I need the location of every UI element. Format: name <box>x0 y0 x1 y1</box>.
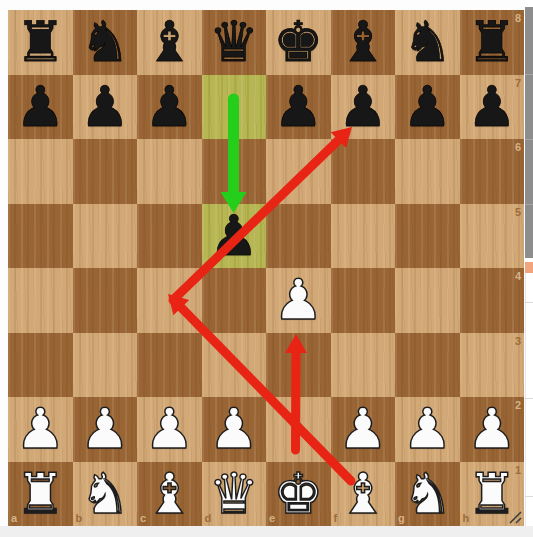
square-c8[interactable]: ♝ <box>137 10 202 75</box>
square-b7[interactable]: ♟ <box>73 75 138 140</box>
page-footer-strip <box>0 526 533 537</box>
square-a3[interactable] <box>8 333 73 398</box>
square-f4[interactable] <box>331 268 396 333</box>
square-d6[interactable] <box>202 139 267 204</box>
panel-row-divider <box>525 204 533 205</box>
square-b2[interactable]: ♟ <box>73 397 138 462</box>
panel-row-divider <box>525 139 533 140</box>
white-king: ♚ <box>266 462 331 527</box>
square-c1[interactable]: ♝ <box>137 462 202 527</box>
square-f8[interactable]: ♝ <box>331 10 396 75</box>
square-d3[interactable] <box>202 333 267 398</box>
square-d4[interactable] <box>202 268 267 333</box>
white-pawn: ♟ <box>395 397 460 462</box>
panel-row-divider <box>525 302 533 303</box>
square-g4[interactable] <box>395 268 460 333</box>
square-b1[interactable]: ♞ <box>73 462 138 527</box>
square-e4[interactable]: ♟ <box>266 268 331 333</box>
square-e7[interactable]: ♟ <box>266 75 331 140</box>
square-g3[interactable] <box>395 333 460 398</box>
square-c6[interactable] <box>137 139 202 204</box>
square-a2[interactable]: ♟ <box>8 397 73 462</box>
chess-board[interactable]: ♜♞♝♛♚♝♞♜♟♟♟♟♟♟♟♟♟♟♟♟♟♟♟♟♜♞♝♛♚♝♞♜ 8765432… <box>8 10 524 526</box>
square-h4[interactable] <box>460 268 525 333</box>
board-resize-handle[interactable] <box>507 509 523 525</box>
square-a5[interactable] <box>8 204 73 269</box>
square-d1[interactable]: ♛ <box>202 462 267 527</box>
square-e5[interactable] <box>266 204 331 269</box>
black-knight: ♞ <box>73 10 138 75</box>
white-knight: ♞ <box>73 462 138 527</box>
black-pawn: ♟ <box>395 75 460 140</box>
square-c4[interactable] <box>137 268 202 333</box>
white-pawn: ♟ <box>73 397 138 462</box>
white-bishop: ♝ <box>331 462 396 527</box>
square-e2[interactable] <box>266 397 331 462</box>
square-b8[interactable]: ♞ <box>73 10 138 75</box>
square-d5[interactable]: ♟ <box>202 204 267 269</box>
square-h2[interactable]: ♟ <box>460 397 525 462</box>
square-c3[interactable] <box>137 333 202 398</box>
square-c7[interactable]: ♟ <box>137 75 202 140</box>
black-pawn: ♟ <box>202 204 267 269</box>
square-g6[interactable] <box>395 139 460 204</box>
black-rook: ♜ <box>8 10 73 75</box>
square-a6[interactable] <box>8 139 73 204</box>
white-pawn: ♟ <box>202 397 267 462</box>
square-h8[interactable]: ♜ <box>460 10 525 75</box>
panel-row-divider <box>525 74 533 75</box>
black-bishop: ♝ <box>137 10 202 75</box>
square-e1[interactable]: ♚ <box>266 462 331 527</box>
panel-left-hairline <box>525 273 526 530</box>
square-h5[interactable] <box>460 204 525 269</box>
square-a4[interactable] <box>8 268 73 333</box>
square-g2[interactable]: ♟ <box>395 397 460 462</box>
square-a1[interactable]: ♜ <box>8 462 73 527</box>
black-bishop: ♝ <box>331 10 396 75</box>
square-e6[interactable] <box>266 139 331 204</box>
white-pawn: ♟ <box>8 397 73 462</box>
white-pawn: ♟ <box>137 397 202 462</box>
black-knight: ♞ <box>395 10 460 75</box>
square-a7[interactable]: ♟ <box>8 75 73 140</box>
square-d7[interactable] <box>202 75 267 140</box>
square-h7[interactable]: ♟ <box>460 75 525 140</box>
black-pawn: ♟ <box>266 75 331 140</box>
square-c2[interactable]: ♟ <box>137 397 202 462</box>
square-f7[interactable]: ♟ <box>331 75 396 140</box>
panel-row-divider <box>525 496 533 497</box>
square-g5[interactable] <box>395 204 460 269</box>
square-f6[interactable] <box>331 139 396 204</box>
panel-row-divider <box>525 398 533 399</box>
black-pawn: ♟ <box>460 75 525 140</box>
black-pawn: ♟ <box>137 75 202 140</box>
square-f5[interactable] <box>331 204 396 269</box>
square-b6[interactable] <box>73 139 138 204</box>
square-b4[interactable] <box>73 268 138 333</box>
white-pawn: ♟ <box>266 268 331 333</box>
square-e8[interactable]: ♚ <box>266 10 331 75</box>
white-queen: ♛ <box>202 462 267 527</box>
square-g8[interactable]: ♞ <box>395 10 460 75</box>
square-g7[interactable]: ♟ <box>395 75 460 140</box>
panel-gray-block[interactable] <box>525 7 533 258</box>
square-d2[interactable]: ♟ <box>202 397 267 462</box>
black-queen: ♛ <box>202 10 267 75</box>
square-c5[interactable] <box>137 204 202 269</box>
square-d8[interactable]: ♛ <box>202 10 267 75</box>
square-b5[interactable] <box>73 204 138 269</box>
right-panel-edge <box>525 0 533 537</box>
white-pawn: ♟ <box>331 397 396 462</box>
black-king: ♚ <box>266 10 331 75</box>
white-knight: ♞ <box>395 462 460 527</box>
panel-accent-row[interactable] <box>525 262 533 273</box>
square-g1[interactable]: ♞ <box>395 462 460 527</box>
square-f2[interactable]: ♟ <box>331 397 396 462</box>
square-b3[interactable] <box>73 333 138 398</box>
square-f1[interactable]: ♝ <box>331 462 396 527</box>
square-h3[interactable] <box>460 333 525 398</box>
black-pawn: ♟ <box>8 75 73 140</box>
white-rook: ♜ <box>8 462 73 527</box>
black-rook: ♜ <box>460 10 525 75</box>
square-e3[interactable] <box>266 333 331 398</box>
white-pawn: ♟ <box>460 397 525 462</box>
black-pawn: ♟ <box>331 75 396 140</box>
white-bishop: ♝ <box>137 462 202 527</box>
black-pawn: ♟ <box>73 75 138 140</box>
square-f3[interactable] <box>331 333 396 398</box>
square-a8[interactable]: ♜ <box>8 10 73 75</box>
chess-analysis-screenshot: ♜♞♝♛♚♝♞♜♟♟♟♟♟♟♟♟♟♟♟♟♟♟♟♟♜♞♝♛♚♝♞♜ 8765432… <box>0 0 533 537</box>
square-h6[interactable] <box>460 139 525 204</box>
